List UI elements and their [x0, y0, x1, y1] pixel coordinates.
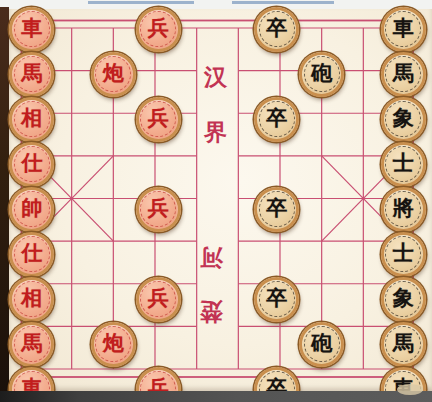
piece-glyph: 車 — [21, 18, 42, 39]
piece-glyph: 兵 — [148, 108, 169, 129]
piece-red-advisor[interactable]: 仕 — [9, 142, 54, 187]
piece-red-soldier[interactable]: 兵 — [136, 187, 181, 232]
piece-glyph: 卒 — [266, 288, 287, 309]
piece-red-soldier[interactable]: 兵 — [136, 277, 181, 322]
piece-black-horse[interactable]: 馬 — [381, 322, 426, 367]
piece-black-advisor[interactable]: 士 — [381, 232, 426, 277]
piece-red-elephant[interactable]: 相 — [9, 97, 54, 142]
piece-black-soldier[interactable]: 卒 — [254, 7, 299, 52]
piece-glyph: 仕 — [21, 153, 42, 174]
piece-glyph: 車 — [393, 18, 414, 39]
piece-black-cannon[interactable]: 砲 — [299, 52, 344, 97]
piece-black-general[interactable]: 將 — [381, 187, 426, 232]
piece-glyph: 帥 — [21, 198, 42, 219]
table-edge-shadow — [0, 7, 9, 393]
piece-red-soldier[interactable]: 兵 — [136, 7, 181, 52]
photo-of-xiangqi-board: 汉界 河楚 車馬相仕帥仕相馬車炮炮兵兵兵兵兵卒卒卒卒卒砲砲車馬象士將士象馬車 — [0, 0, 432, 402]
photo-bottom-edge — [0, 391, 432, 402]
piece-black-horse[interactable]: 馬 — [381, 52, 426, 97]
piece-glyph: 兵 — [148, 288, 169, 309]
piece-black-elephant[interactable]: 象 — [381, 277, 426, 322]
piece-glyph: 卒 — [266, 108, 287, 129]
piece-black-elephant[interactable]: 象 — [381, 97, 426, 142]
piece-glyph: 象 — [393, 108, 414, 129]
piece-red-cannon[interactable]: 炮 — [91, 322, 136, 367]
piece-glyph: 士 — [393, 153, 414, 174]
piece-glyph: 相 — [21, 108, 42, 129]
piece-red-chariot[interactable]: 車 — [9, 7, 54, 52]
piece-black-cannon[interactable]: 砲 — [299, 322, 344, 367]
piece-black-chariot[interactable]: 車 — [381, 7, 426, 52]
board-grid: 車馬相仕帥仕相馬車炮炮兵兵兵兵兵卒卒卒卒卒砲砲車馬象士將士象馬車 — [9, 7, 426, 391]
piece-glyph: 士 — [393, 243, 414, 264]
piece-glyph: 馬 — [393, 63, 414, 84]
piece-glyph: 馬 — [21, 63, 42, 84]
piece-glyph: 兵 — [148, 18, 169, 39]
piece-glyph: 兵 — [148, 198, 169, 219]
piece-glyph: 炮 — [103, 63, 124, 84]
piece-glyph: 馬 — [21, 333, 42, 354]
piece-red-soldier[interactable]: 兵 — [136, 97, 181, 142]
piece-red-elephant[interactable]: 相 — [9, 277, 54, 322]
piece-glyph: 相 — [21, 288, 42, 309]
piece-glyph: 卒 — [266, 198, 287, 219]
piece-glyph: 砲 — [311, 63, 332, 84]
piece-black-soldier[interactable]: 卒 — [254, 277, 299, 322]
piece-red-general[interactable]: 帥 — [9, 187, 54, 232]
cropped-text-artifact — [88, 1, 194, 4]
cropped-text-artifact — [232, 1, 334, 4]
piece-red-cannon[interactable]: 炮 — [91, 52, 136, 97]
piece-red-horse[interactable]: 馬 — [9, 322, 54, 367]
piece-black-soldier[interactable]: 卒 — [254, 187, 299, 232]
paper-smudge — [397, 384, 423, 395]
piece-glyph: 將 — [393, 198, 414, 219]
piece-black-soldier[interactable]: 卒 — [254, 97, 299, 142]
piece-glyph: 仕 — [21, 243, 42, 264]
piece-red-horse[interactable]: 馬 — [9, 52, 54, 97]
piece-glyph: 象 — [393, 288, 414, 309]
piece-glyph: 卒 — [266, 18, 287, 39]
piece-glyph: 砲 — [311, 333, 332, 354]
piece-red-advisor[interactable]: 仕 — [9, 232, 54, 277]
piece-black-advisor[interactable]: 士 — [381, 142, 426, 187]
piece-glyph: 馬 — [393, 333, 414, 354]
piece-glyph: 炮 — [103, 333, 124, 354]
